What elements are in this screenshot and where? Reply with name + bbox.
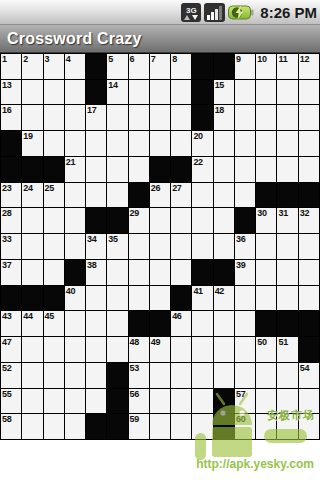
status-bar: 3G 8:26 PM — [0, 0, 320, 25]
cell-r8c4[interactable] — [65, 234, 85, 259]
black-cell — [256, 311, 276, 336]
clue-number: 27 — [172, 183, 181, 193]
cell-r4c7[interactable] — [129, 131, 149, 156]
cell-r1c3[interactable]: 3 — [44, 54, 64, 79]
cell-r8c9[interactable] — [171, 234, 191, 259]
cell-r10c11[interactable]: 42 — [214, 286, 234, 311]
cell-r6c5[interactable] — [86, 183, 106, 208]
cell-r4c4[interactable] — [65, 131, 85, 156]
clue-number: 19 — [23, 131, 32, 141]
clue-number: 43 — [2, 311, 11, 321]
cell-r1c2[interactable]: 2 — [22, 54, 42, 79]
clue-number: 13 — [2, 80, 11, 90]
cell-r12c14[interactable]: 51 — [277, 337, 297, 362]
black-cell — [171, 157, 191, 182]
black-cell — [214, 389, 234, 414]
black-cell — [22, 286, 42, 311]
black-cell — [150, 157, 170, 182]
black-cell — [299, 337, 319, 362]
cell-r8c5[interactable]: 34 — [86, 234, 106, 259]
clue-number: 34 — [87, 234, 96, 244]
cell-r4c12[interactable] — [235, 131, 255, 156]
cell-r4c14[interactable] — [277, 131, 297, 156]
black-cell — [256, 183, 276, 208]
clue-number: 6 — [130, 54, 135, 64]
cell-r6c3[interactable]: 25 — [44, 183, 64, 208]
cell-r13c3[interactable] — [44, 363, 64, 388]
black-cell — [86, 208, 106, 233]
cell-r7c14[interactable]: 31 — [277, 208, 297, 233]
cell-r5c6[interactable] — [107, 157, 127, 182]
cell-r13c15[interactable]: 54 — [299, 363, 319, 388]
cell-r6c1[interactable]: 23 — [1, 183, 21, 208]
clue-number: 12 — [300, 54, 309, 64]
cell-r10c8[interactable] — [150, 286, 170, 311]
cell-r4c10[interactable]: 20 — [192, 131, 212, 156]
black-cell — [44, 157, 64, 182]
clue-number: 26 — [151, 183, 160, 193]
clue-number: 1 — [2, 54, 7, 64]
clue-number: 37 — [2, 260, 11, 270]
cell-r15c4[interactable] — [65, 414, 85, 439]
cell-r3c8[interactable] — [150, 105, 170, 130]
clue-number: 17 — [87, 105, 96, 115]
cell-r2c2[interactable] — [22, 80, 42, 105]
cell-r9c12[interactable]: 39 — [235, 260, 255, 285]
cell-r3c12[interactable] — [235, 105, 255, 130]
cell-r9c7[interactable] — [129, 260, 149, 285]
cell-r13c10[interactable] — [192, 363, 212, 388]
clue-number: 15 — [215, 80, 224, 90]
black-cell — [214, 414, 234, 439]
cell-r13c7[interactable]: 53 — [129, 363, 149, 388]
cell-r4c5[interactable] — [86, 131, 106, 156]
phone-screen: 3G 8:26 PM Crossword Crazy 1234567891011… — [0, 0, 320, 480]
app-title-bar: Crossword Crazy — [0, 25, 320, 53]
black-cell — [214, 54, 234, 79]
cell-r7c3[interactable] — [44, 208, 64, 233]
cell-r3c4[interactable] — [65, 105, 85, 130]
black-cell — [129, 311, 149, 336]
black-cell — [299, 183, 319, 208]
cell-r6c8[interactable]: 26 — [150, 183, 170, 208]
black-cell — [107, 363, 127, 388]
cell-r2c1[interactable]: 13 — [1, 80, 21, 105]
cell-r1c6[interactable]: 5 — [107, 54, 127, 79]
cell-r4c9[interactable] — [171, 131, 191, 156]
cell-r10c7[interactable] — [129, 286, 149, 311]
clue-number: 22 — [193, 157, 202, 167]
clue-number: 44 — [23, 311, 32, 321]
cell-r8c7[interactable] — [129, 234, 149, 259]
cell-r8c14[interactable] — [277, 234, 297, 259]
cell-r9c8[interactable] — [150, 260, 170, 285]
clue-number: 20 — [193, 131, 202, 141]
cell-r9c1[interactable]: 37 — [1, 260, 21, 285]
black-cell — [107, 414, 127, 439]
cell-r12c10[interactable] — [192, 337, 212, 362]
cell-r5c11[interactable] — [214, 157, 234, 182]
cell-r15c1[interactable]: 58 — [1, 414, 21, 439]
cell-r13c8[interactable] — [150, 363, 170, 388]
cell-r8c11[interactable] — [214, 234, 234, 259]
data-arrows-icon — [184, 15, 198, 20]
black-cell — [1, 286, 21, 311]
cell-r15c2[interactable] — [22, 414, 42, 439]
cell-r4c8[interactable] — [150, 131, 170, 156]
cell-r12c2[interactable] — [22, 337, 42, 362]
cell-r8c12[interactable]: 36 — [235, 234, 255, 259]
clue-number: 49 — [151, 337, 160, 347]
clue-number: 45 — [45, 311, 54, 321]
cell-r15c7[interactable]: 59 — [129, 414, 149, 439]
clue-number: 41 — [193, 286, 202, 296]
black-cell — [192, 54, 212, 79]
market-name: 安极市场 — [267, 408, 315, 423]
cell-r4c13[interactable] — [256, 131, 276, 156]
cell-r1c8[interactable]: 7 — [150, 54, 170, 79]
cell-r9c6[interactable] — [107, 260, 127, 285]
clue-number: 9 — [236, 54, 241, 64]
cell-r5c13[interactable] — [256, 157, 276, 182]
clue-number: 42 — [215, 286, 224, 296]
cell-r9c2[interactable] — [22, 260, 42, 285]
cell-r10c14[interactable] — [277, 286, 297, 311]
cell-r14c8[interactable] — [150, 389, 170, 414]
clue-number: 52 — [2, 363, 11, 373]
cell-r4c15[interactable] — [299, 131, 319, 156]
cell-r13c12[interactable] — [235, 363, 255, 388]
cell-r8c13[interactable] — [256, 234, 276, 259]
cell-r4c11[interactable] — [214, 131, 234, 156]
cell-r1c14[interactable]: 11 — [277, 54, 297, 79]
cell-r12c9[interactable] — [171, 337, 191, 362]
cell-r11c1[interactable]: 43 — [1, 311, 21, 336]
cell-r2c8[interactable] — [150, 80, 170, 105]
clue-number: 60 — [236, 414, 245, 424]
cell-r7c9[interactable] — [171, 208, 191, 233]
clue-number: 55 — [2, 389, 11, 399]
black-cell — [192, 105, 212, 130]
cell-r8c10[interactable] — [192, 234, 212, 259]
cell-r15c8[interactable] — [150, 414, 170, 439]
cell-r10c15[interactable] — [299, 286, 319, 311]
clue-number: 30 — [257, 208, 266, 218]
clue-number: 4 — [66, 54, 71, 64]
clue-number: 40 — [66, 286, 75, 296]
cell-r2c6[interactable]: 14 — [107, 80, 127, 105]
cell-r1c12[interactable]: 9 — [235, 54, 255, 79]
cell-r12c8[interactable]: 49 — [150, 337, 170, 362]
clue-number: 3 — [45, 54, 50, 64]
black-cell — [192, 260, 212, 285]
cell-r5c7[interactable] — [129, 157, 149, 182]
cell-r5c5[interactable] — [86, 157, 106, 182]
cell-r13c11[interactable] — [214, 363, 234, 388]
cell-r11c12[interactable] — [235, 311, 255, 336]
cell-r12c1[interactable]: 47 — [1, 337, 21, 362]
cell-r11c10[interactable] — [192, 311, 212, 336]
cell-r11c3[interactable]: 45 — [44, 311, 64, 336]
cell-r15c3[interactable] — [44, 414, 64, 439]
cell-r3c9[interactable] — [171, 105, 191, 130]
clue-number: 16 — [2, 105, 11, 115]
cell-r3c3[interactable] — [44, 105, 64, 130]
cell-r10c6[interactable] — [107, 286, 127, 311]
black-cell — [107, 389, 127, 414]
cell-r15c9[interactable] — [171, 414, 191, 439]
cell-r2c3[interactable] — [44, 80, 64, 105]
cell-r2c15[interactable] — [299, 80, 319, 105]
clue-number: 11 — [278, 54, 287, 64]
black-cell — [299, 311, 319, 336]
black-cell — [235, 208, 255, 233]
clue-number: 48 — [130, 337, 139, 347]
cell-r7c11[interactable] — [214, 208, 234, 233]
cell-r14c10[interactable] — [192, 389, 212, 414]
cell-r7c10[interactable] — [192, 208, 212, 233]
cell-r2c14[interactable] — [277, 80, 297, 105]
clue-number: 23 — [2, 183, 11, 193]
cell-r3c11[interactable]: 18 — [214, 105, 234, 130]
clue-number: 59 — [130, 414, 139, 424]
cell-r3c15[interactable] — [299, 105, 319, 130]
black-cell — [277, 311, 297, 336]
black-cell — [129, 183, 149, 208]
cell-r9c5[interactable]: 38 — [86, 260, 106, 285]
3g-data-icon: 3G — [181, 3, 201, 22]
cell-r3c14[interactable] — [277, 105, 297, 130]
clue-number: 18 — [215, 105, 224, 115]
cell-r4c3[interactable] — [44, 131, 64, 156]
black-cell — [22, 157, 42, 182]
cell-r3c6[interactable] — [107, 105, 127, 130]
clue-number: 56 — [130, 389, 139, 399]
battery-charging-icon — [228, 5, 254, 20]
cell-r9c13[interactable] — [256, 260, 276, 285]
cell-r13c14[interactable] — [277, 363, 297, 388]
cell-r15c12[interactable]: 60 — [235, 414, 255, 439]
cell-r5c12[interactable] — [235, 157, 255, 182]
cell-r5c10[interactable]: 22 — [192, 157, 212, 182]
cell-r1c1[interactable]: 1 — [1, 54, 21, 79]
clue-number: 50 — [257, 337, 266, 347]
cell-r5c15[interactable] — [299, 157, 319, 182]
cell-r11c11[interactable] — [214, 311, 234, 336]
cell-r2c9[interactable] — [171, 80, 191, 105]
cell-r3c2[interactable] — [22, 105, 42, 130]
clue-number: 8 — [172, 54, 177, 64]
cell-r14c4[interactable] — [65, 389, 85, 414]
cell-r10c5[interactable] — [86, 286, 106, 311]
cell-r14c5[interactable] — [86, 389, 106, 414]
cell-r8c15[interactable] — [299, 234, 319, 259]
black-cell — [277, 183, 297, 208]
cell-r11c2[interactable]: 44 — [22, 311, 42, 336]
cell-r11c5[interactable] — [86, 311, 106, 336]
clue-number: 29 — [130, 208, 139, 218]
cell-r10c13[interactable] — [256, 286, 276, 311]
black-cell — [192, 80, 212, 105]
cell-r12c6[interactable] — [107, 337, 127, 362]
clue-number: 32 — [300, 208, 309, 218]
clue-number: 31 — [278, 208, 287, 218]
clue-number: 47 — [2, 337, 11, 347]
cell-r1c7[interactable]: 6 — [129, 54, 149, 79]
cell-r7c1[interactable]: 28 — [1, 208, 21, 233]
cell-r12c4[interactable] — [65, 337, 85, 362]
cell-r12c3[interactable] — [44, 337, 64, 362]
cell-r10c12[interactable] — [235, 286, 255, 311]
3g-label: 3G — [186, 6, 197, 15]
black-cell — [86, 80, 106, 105]
clue-number: 33 — [2, 234, 11, 244]
clue-number: 2 — [23, 54, 28, 64]
cell-r12c11[interactable] — [214, 337, 234, 362]
cell-r6c4[interactable] — [65, 183, 85, 208]
cell-r1c15[interactable]: 12 — [299, 54, 319, 79]
cell-r13c1[interactable]: 52 — [1, 363, 21, 388]
cell-r3c7[interactable] — [129, 105, 149, 130]
black-cell — [44, 286, 64, 311]
cell-r2c11[interactable]: 15 — [214, 80, 234, 105]
cell-r12c13[interactable]: 50 — [256, 337, 276, 362]
clue-number: 53 — [130, 363, 139, 373]
cell-r8c8[interactable] — [150, 234, 170, 259]
cell-r6c10[interactable] — [192, 183, 212, 208]
cell-r15c10[interactable] — [192, 414, 212, 439]
black-cell — [65, 260, 85, 285]
black-cell — [1, 157, 21, 182]
cell-r13c2[interactable] — [22, 363, 42, 388]
signal-strength-icon — [204, 3, 225, 22]
clue-number: 21 — [66, 157, 75, 167]
cell-r12c12[interactable] — [235, 337, 255, 362]
cell-r2c12[interactable] — [235, 80, 255, 105]
cell-r6c9[interactable]: 27 — [171, 183, 191, 208]
cell-r13c4[interactable] — [65, 363, 85, 388]
clue-number: 54 — [300, 363, 309, 373]
cell-r6c6[interactable] — [107, 183, 127, 208]
cell-r3c1[interactable]: 16 — [1, 105, 21, 130]
cell-r4c6[interactable] — [107, 131, 127, 156]
cell-r14c3[interactable] — [44, 389, 64, 414]
cell-r5c4[interactable]: 21 — [65, 157, 85, 182]
cell-r9c14[interactable] — [277, 260, 297, 285]
cell-r1c13[interactable]: 10 — [256, 54, 276, 79]
black-cell — [86, 54, 106, 79]
cell-r7c15[interactable]: 32 — [299, 208, 319, 233]
cell-r10c10[interactable]: 41 — [192, 286, 212, 311]
cell-r14c1[interactable]: 55 — [1, 389, 21, 414]
cell-r4c2[interactable]: 19 — [22, 131, 42, 156]
clue-number: 5 — [108, 54, 113, 64]
watermark-url: http://apk.yesky.com — [196, 457, 314, 471]
clue-number: 14 — [108, 80, 117, 90]
cell-r7c13[interactable]: 30 — [256, 208, 276, 233]
cell-r7c2[interactable] — [22, 208, 42, 233]
black-cell — [214, 260, 234, 285]
clue-number: 38 — [87, 260, 96, 270]
black-cell — [107, 208, 127, 233]
clue-number: 57 — [236, 389, 245, 399]
cell-r8c1[interactable]: 33 — [1, 234, 21, 259]
cell-r8c6[interactable]: 35 — [107, 234, 127, 259]
clue-number: 10 — [257, 54, 266, 64]
cell-r12c5[interactable] — [86, 337, 106, 362]
black-cell — [171, 286, 191, 311]
cell-r6c11[interactable] — [214, 183, 234, 208]
cell-r11c9[interactable]: 46 — [171, 311, 191, 336]
cell-r14c12[interactable]: 57 — [235, 389, 255, 414]
cell-r7c7[interactable]: 29 — [129, 208, 149, 233]
clue-number: 39 — [236, 260, 245, 270]
clue-number: 28 — [2, 208, 11, 218]
cell-r2c4[interactable] — [65, 80, 85, 105]
cell-r12c7[interactable]: 48 — [129, 337, 149, 362]
cell-r9c9[interactable] — [171, 260, 191, 285]
black-cell — [86, 414, 106, 439]
crossword-grid[interactable]: 1234567891011121314151617181920212223242… — [0, 53, 320, 440]
cell-r14c2[interactable] — [22, 389, 42, 414]
cell-r7c8[interactable] — [150, 208, 170, 233]
cell-r13c13[interactable] — [256, 363, 276, 388]
clue-number: 58 — [2, 414, 11, 424]
status-time: 8:26 PM — [260, 4, 317, 21]
clue-number: 36 — [236, 234, 245, 244]
cell-r14c9[interactable] — [171, 389, 191, 414]
cell-r2c13[interactable] — [256, 80, 276, 105]
cell-r7c4[interactable] — [65, 208, 85, 233]
cell-r14c7[interactable]: 56 — [129, 389, 149, 414]
cell-r3c13[interactable] — [256, 105, 276, 130]
cell-r9c15[interactable] — [299, 260, 319, 285]
cell-r1c4[interactable]: 4 — [65, 54, 85, 79]
cell-r13c5[interactable] — [86, 363, 106, 388]
cell-r9c3[interactable] — [44, 260, 64, 285]
cell-r11c6[interactable] — [107, 311, 127, 336]
cell-r2c7[interactable] — [129, 80, 149, 105]
clue-number: 7 — [151, 54, 156, 64]
cell-r8c2[interactable] — [22, 234, 42, 259]
cell-r3c5[interactable]: 17 — [86, 105, 106, 130]
cell-r5c14[interactable] — [277, 157, 297, 182]
black-cell — [1, 131, 21, 156]
cell-r8c3[interactable] — [44, 234, 64, 259]
clue-number: 46 — [172, 311, 181, 321]
clue-number: 24 — [23, 183, 32, 193]
clue-number: 51 — [278, 337, 287, 347]
clue-number: 25 — [45, 183, 54, 193]
black-cell — [150, 311, 170, 336]
cell-r6c2[interactable]: 24 — [22, 183, 42, 208]
app-title: Crossword Crazy — [7, 30, 142, 48]
clue-number: 35 — [108, 234, 117, 244]
cell-r11c4[interactable] — [65, 311, 85, 336]
cell-r13c9[interactable] — [171, 363, 191, 388]
cell-r10c4[interactable]: 40 — [65, 286, 85, 311]
cell-r6c12[interactable] — [235, 183, 255, 208]
cell-r1c9[interactable]: 8 — [171, 54, 191, 79]
